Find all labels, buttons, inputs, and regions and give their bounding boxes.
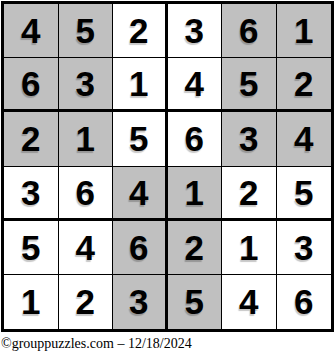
cell-r4c5: 2	[222, 167, 277, 221]
cell-r1c4: 3	[168, 4, 223, 58]
cell-r3c5: 3	[222, 112, 277, 166]
cell-r2c2: 3	[59, 58, 114, 112]
cell-r5c3: 6	[113, 221, 168, 275]
cell-r1c1: 4	[4, 4, 59, 58]
cell-r3c6: 4	[277, 112, 332, 166]
cell-r3c2: 1	[59, 112, 114, 166]
cell-r2c4: 4	[168, 58, 223, 112]
cell-r6c4: 5	[168, 275, 223, 329]
cell-r3c4: 6	[168, 112, 223, 166]
cell-r5c2: 4	[59, 221, 114, 275]
cell-r1c3: 2	[113, 4, 168, 58]
cell-r4c2: 6	[59, 167, 114, 221]
cell-r4c3: 4	[113, 167, 168, 221]
cell-r2c1: 6	[4, 58, 59, 112]
cell-r2c5: 5	[222, 58, 277, 112]
cell-r1c6: 1	[277, 4, 332, 58]
cell-r3c3: 5	[113, 112, 168, 166]
cell-r5c5: 1	[222, 221, 277, 275]
cell-r6c5: 4	[222, 275, 277, 329]
cell-r6c3: 3	[113, 275, 168, 329]
cell-r6c6: 6	[277, 275, 332, 329]
cell-r5c6: 3	[277, 221, 332, 275]
sudoku-board: 452361631452215634364125546213123546	[1, 1, 334, 332]
cell-r2c3: 1	[113, 58, 168, 112]
cell-r5c1: 5	[4, 221, 59, 275]
cell-r6c1: 1	[4, 275, 59, 329]
cell-r4c6: 5	[277, 167, 332, 221]
cell-r4c4: 1	[168, 167, 223, 221]
cell-r5c4: 2	[168, 221, 223, 275]
copyright-credit: ©grouppuzzles.com – 12/18/2024	[1, 336, 192, 352]
cell-r4c1: 3	[4, 167, 59, 221]
cell-r6c2: 2	[59, 275, 114, 329]
cell-r1c5: 6	[222, 4, 277, 58]
cell-r3c1: 2	[4, 112, 59, 166]
cell-r1c2: 5	[59, 4, 114, 58]
cell-r2c6: 2	[277, 58, 332, 112]
